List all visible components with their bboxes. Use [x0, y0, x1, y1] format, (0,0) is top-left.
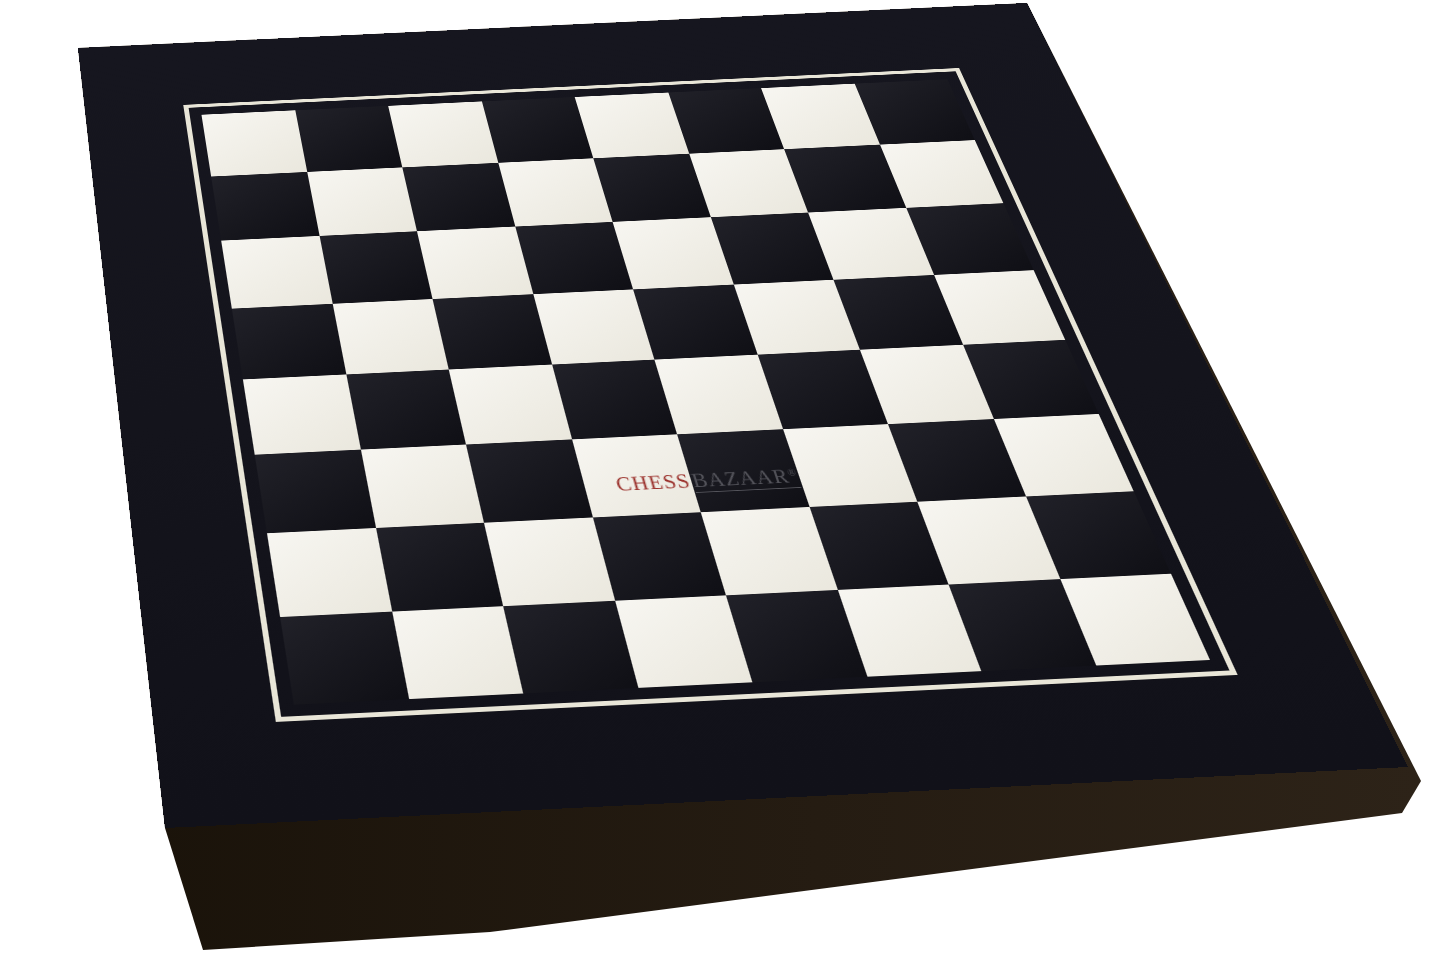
board-square-c6 [417, 227, 533, 299]
board-square-a1 [280, 611, 409, 705]
board-square-b8 [295, 106, 402, 172]
board-square-b2 [376, 523, 504, 611]
board-square-a7 [211, 172, 319, 241]
board-square-a6 [221, 236, 332, 308]
board-square-c3 [466, 439, 592, 523]
board-square-a3 [255, 449, 376, 533]
product-photo-canvas: CHESSBAZAAR® [0, 0, 1445, 963]
board-square-b5 [332, 299, 449, 375]
board-square-b6 [319, 231, 432, 303]
board-square-a4 [243, 374, 360, 454]
board-square-d8 [481, 97, 593, 163]
logo-bazaar-word: BAZAAR [689, 465, 792, 491]
board-square-c2 [484, 517, 614, 605]
board-square-c8 [388, 101, 498, 167]
board-square-b7 [307, 167, 417, 236]
board-square-b4 [346, 370, 466, 450]
board-square-c4 [449, 365, 572, 445]
board-square-c7 [402, 163, 515, 232]
logo-chess-text: CHESS [614, 471, 693, 494]
board-square-a2 [267, 528, 392, 617]
board-square-a5 [232, 303, 346, 379]
board-square-a8 [201, 110, 306, 176]
board-square-b1 [392, 606, 524, 699]
board-square-b3 [360, 444, 484, 528]
board-square-c5 [432, 294, 551, 370]
